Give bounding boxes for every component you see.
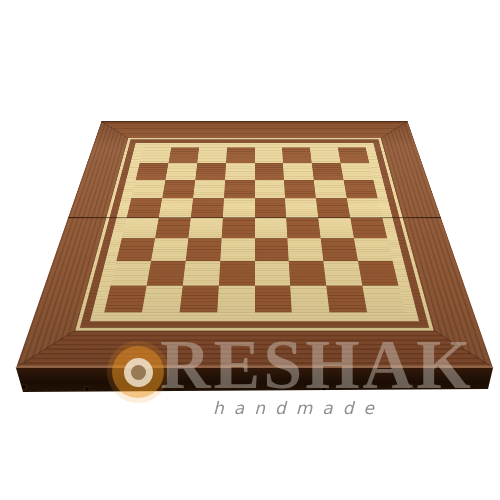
square-b8: [168, 147, 199, 163]
square-a5: [127, 198, 162, 217]
square-b6: [162, 180, 195, 198]
square-h2: [358, 261, 398, 286]
square-a3: [116, 239, 155, 262]
square-f2: [289, 261, 326, 286]
square-d7: [225, 163, 255, 180]
brand-tagline-text: handmade: [213, 398, 384, 418]
square-a6: [131, 180, 165, 198]
square-b3: [151, 239, 188, 262]
square-g8: [310, 147, 341, 163]
square-g7: [312, 163, 344, 180]
square-f5: [285, 198, 318, 217]
square-d3: [220, 239, 255, 262]
square-a4: [122, 218, 159, 239]
square-d1: [217, 286, 255, 313]
square-b2: [147, 261, 186, 286]
square-c2: [183, 261, 220, 286]
square-e1: [255, 286, 293, 313]
square-e3: [255, 239, 290, 262]
square-e4: [255, 218, 288, 239]
square-e6: [255, 180, 286, 198]
product-photo-stage: RESHAK handmade: [0, 0, 500, 500]
square-a7: [136, 163, 169, 180]
square-e5: [255, 198, 287, 217]
square-g6: [314, 180, 347, 198]
board-far-edge: [101, 121, 408, 123]
square-d5: [223, 198, 255, 217]
square-g1: [326, 286, 367, 313]
square-c7: [195, 163, 226, 180]
square-f6: [284, 180, 316, 198]
square-a1: [104, 286, 146, 313]
square-h4: [350, 218, 387, 239]
square-d4: [221, 218, 254, 239]
square-c6: [193, 180, 225, 198]
square-f3: [288, 239, 324, 262]
square-f7: [283, 163, 314, 180]
square-g5: [316, 198, 350, 217]
square-b7: [165, 163, 197, 180]
square-h7: [341, 163, 374, 180]
checkerboard-playfield: [104, 147, 405, 312]
square-h5: [347, 198, 382, 217]
square-g3: [321, 239, 358, 262]
board-perspective-scene: [16, 0, 493, 368]
square-c3: [185, 239, 221, 262]
square-d2: [219, 261, 255, 286]
square-e8: [255, 147, 284, 163]
square-c8: [197, 147, 227, 163]
square-h8: [338, 147, 370, 163]
square-g4: [318, 218, 354, 239]
brand-logo-ring: [124, 358, 153, 387]
square-e2: [255, 261, 291, 286]
square-h6: [344, 180, 378, 198]
brand-watermark-text: RESHAK: [160, 330, 474, 400]
hinge-fold-seam: [68, 217, 441, 218]
square-c1: [179, 286, 218, 313]
square-f4: [286, 218, 320, 239]
brand-logo-dot: [131, 365, 146, 380]
square-c4: [188, 218, 222, 239]
hinge-screw: [22, 385, 26, 389]
square-g2: [324, 261, 363, 286]
frame-rail-top: [96, 121, 414, 138]
square-b4: [155, 218, 191, 239]
hinge-screw: [85, 387, 89, 391]
square-b5: [159, 198, 193, 217]
square-a2: [111, 261, 151, 286]
square-e7: [255, 163, 285, 180]
square-a8: [140, 147, 172, 163]
square-f1: [290, 286, 329, 313]
brand-logo-icon: [112, 346, 164, 398]
square-f8: [282, 147, 312, 163]
square-h1: [362, 286, 404, 313]
square-d8: [226, 147, 255, 163]
square-d6: [224, 180, 255, 198]
square-c5: [191, 198, 224, 217]
square-b1: [142, 286, 183, 313]
square-h3: [354, 239, 393, 262]
